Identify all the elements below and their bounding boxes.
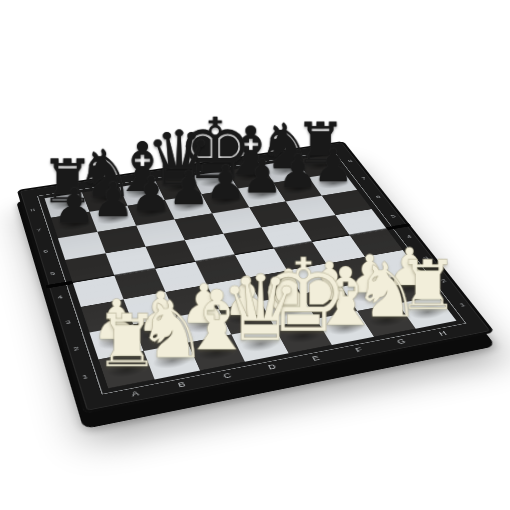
square-g7[interactable]: ♟ bbox=[274, 177, 322, 201]
black-pawn-f7[interactable]: ♟ bbox=[197, 154, 327, 200]
square-h5[interactable] bbox=[335, 209, 386, 235]
piece-shadow bbox=[301, 159, 340, 173]
square-c6[interactable] bbox=[136, 219, 184, 246]
square-d8[interactable]: ♛ bbox=[156, 176, 202, 200]
black-pawn-c7[interactable]: ♟ bbox=[84, 170, 217, 217]
square-d6[interactable] bbox=[175, 213, 224, 240]
rank-label-7: 7 bbox=[352, 169, 376, 189]
black-rook-h8[interactable]: ♜ bbox=[257, 115, 382, 172]
chessboard-scene: ♜♞♝♛♚♝♞♜♟♟♟♟♟♟♟♟♟♟♟♟♟♟♟♟♜♞♝♛♚♝♞♜ ABCDEFG… bbox=[45, 65, 425, 445]
piece-shadow bbox=[85, 191, 124, 207]
photo-stage: ♜♞♝♛♚♝♞♜♟♟♟♟♟♟♟♟♟♟♟♟♟♟♟♟♜♞♝♛♚♝♞♜ ABCDEFG… bbox=[0, 0, 510, 510]
rank-label-6: 6 bbox=[36, 240, 55, 264]
square-d7[interactable]: ♟ bbox=[165, 194, 212, 219]
piece-shadow bbox=[122, 186, 161, 201]
black-pawn-b7[interactable]: ♟ bbox=[46, 176, 180, 224]
piece-shadow bbox=[131, 204, 171, 220]
black-pawn-g7[interactable]: ♟ bbox=[233, 148, 362, 194]
black-bishop-f8[interactable]: ♝ bbox=[187, 117, 313, 184]
square-c7[interactable]: ♟ bbox=[128, 200, 175, 226]
piece-shadow bbox=[313, 176, 353, 191]
square-h6[interactable] bbox=[322, 190, 372, 215]
piece-shadow bbox=[54, 216, 94, 233]
square-h8[interactable]: ♜ bbox=[296, 155, 343, 178]
square-a8[interactable]: ♜ bbox=[45, 193, 90, 218]
square-h7[interactable]: ♟ bbox=[309, 172, 357, 196]
square-g6[interactable] bbox=[286, 196, 336, 221]
black-pawn-d7[interactable]: ♟ bbox=[123, 165, 255, 212]
black-pawn-a7[interactable]: ♟ bbox=[7, 182, 142, 230]
rank-label-6: 6 bbox=[366, 187, 391, 208]
piece-shadow bbox=[242, 187, 282, 202]
square-b7[interactable]: ♟ bbox=[90, 206, 137, 232]
piece-shadow bbox=[205, 193, 245, 209]
piece-shadow bbox=[195, 175, 234, 190]
piece-shadow bbox=[47, 197, 86, 213]
square-f7[interactable]: ♟ bbox=[238, 183, 286, 208]
square-b6[interactable] bbox=[97, 226, 145, 254]
piece-shadow bbox=[266, 164, 305, 178]
rank-label-8: 8 bbox=[339, 152, 362, 171]
rank-label-5: 5 bbox=[380, 206, 406, 228]
black-king-e8[interactable]: ♚ bbox=[151, 108, 278, 192]
square-e6[interactable] bbox=[212, 207, 261, 233]
white-rook-a1[interactable]: ♜ bbox=[46, 304, 206, 377]
square-a7[interactable]: ♟ bbox=[51, 212, 97, 239]
square-g8[interactable]: ♞ bbox=[262, 160, 309, 183]
fold-hinge-right bbox=[386, 223, 412, 230]
black-pawn-h7[interactable]: ♟ bbox=[269, 143, 397, 189]
piece-shadow bbox=[231, 169, 270, 184]
black-knight-b8[interactable]: ♞ bbox=[39, 141, 169, 206]
piece-shadow bbox=[93, 210, 133, 226]
square-a1[interactable]: ♜ bbox=[99, 351, 155, 388]
black-knight-g8[interactable]: ♞ bbox=[223, 115, 349, 178]
black-bishop-c8[interactable]: ♝ bbox=[77, 133, 206, 201]
black-pawn-e7[interactable]: ♟ bbox=[160, 159, 291, 206]
piece-shadow bbox=[159, 180, 198, 195]
square-e8[interactable]: ♚ bbox=[192, 170, 238, 194]
square-e7[interactable]: ♟ bbox=[202, 188, 250, 213]
chessboard-frame: ♜♞♝♛♚♝♞♜♟♟♟♟♟♟♟♟♟♟♟♟♟♟♟♟♜♞♝♛♚♝♞♜ ABCDEFG… bbox=[17, 141, 495, 414]
piece-shadow bbox=[168, 199, 208, 215]
square-f8[interactable]: ♝ bbox=[227, 165, 273, 188]
black-queen-d8[interactable]: ♛ bbox=[114, 121, 242, 196]
piece-shadow bbox=[278, 181, 318, 196]
square-b8[interactable]: ♞ bbox=[82, 187, 127, 212]
square-c8[interactable]: ♝ bbox=[119, 181, 165, 205]
square-f6[interactable] bbox=[249, 202, 298, 228]
